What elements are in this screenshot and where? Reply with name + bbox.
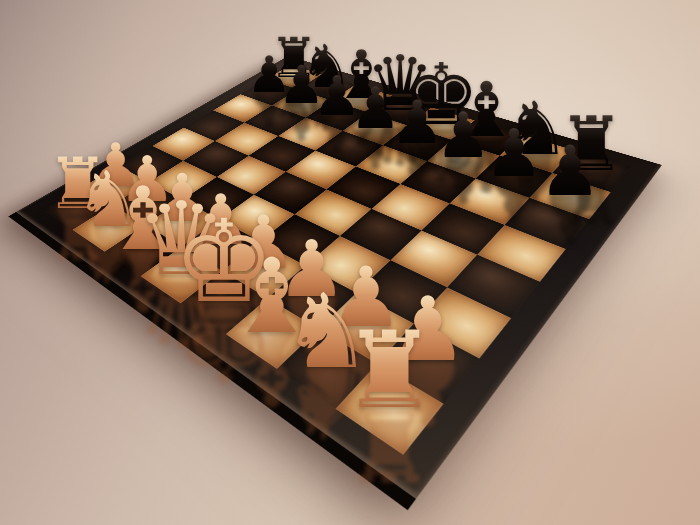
board-grid: [43, 65, 630, 455]
chessboard: [16, 56, 662, 499]
chess-photo-stage: ♜♜♞♞♟♟♝♝♟♟♛♛♟♟♚♚♟♟♝♝♟♟♞♞♟♟♜♜♟♟♟♟♟♟♟♟♜♜♟♟…: [0, 0, 700, 525]
